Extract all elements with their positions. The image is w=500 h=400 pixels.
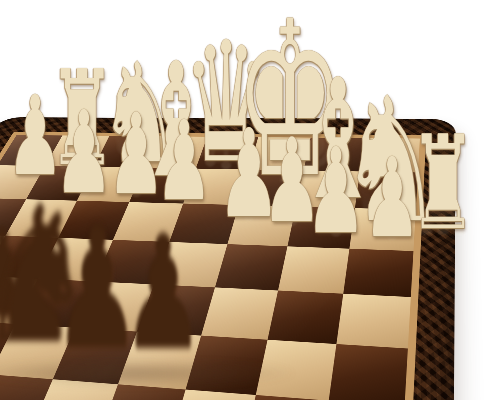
square-f4 xyxy=(215,244,287,290)
square-h5 xyxy=(336,294,410,349)
square-e1 xyxy=(196,137,258,170)
square-g2 xyxy=(296,170,360,208)
square-g1 xyxy=(304,138,365,172)
maple-trim xyxy=(0,132,426,400)
square-h4 xyxy=(343,249,413,297)
square-h6 xyxy=(329,344,408,400)
square-h2 xyxy=(355,171,418,209)
square-g5 xyxy=(268,290,344,344)
square-g3 xyxy=(287,207,354,249)
chess-set-product-photo: ♞♞♜♜♛♛♟♟♝♝♚♚♟♟♟♟♟♟♝♝♟♟♟♟♞♞♜♜♟♟♟♟♟♞♟♟ xyxy=(0,0,500,400)
chess-board-grid xyxy=(0,135,420,400)
square-f2 xyxy=(239,170,304,207)
square-f5 xyxy=(201,287,278,339)
square-f1 xyxy=(249,137,311,170)
square-f3 xyxy=(227,205,295,246)
square-g4 xyxy=(278,246,349,293)
square-h3 xyxy=(349,208,415,251)
carved-board-frame xyxy=(0,117,456,400)
square-h1 xyxy=(360,138,420,172)
